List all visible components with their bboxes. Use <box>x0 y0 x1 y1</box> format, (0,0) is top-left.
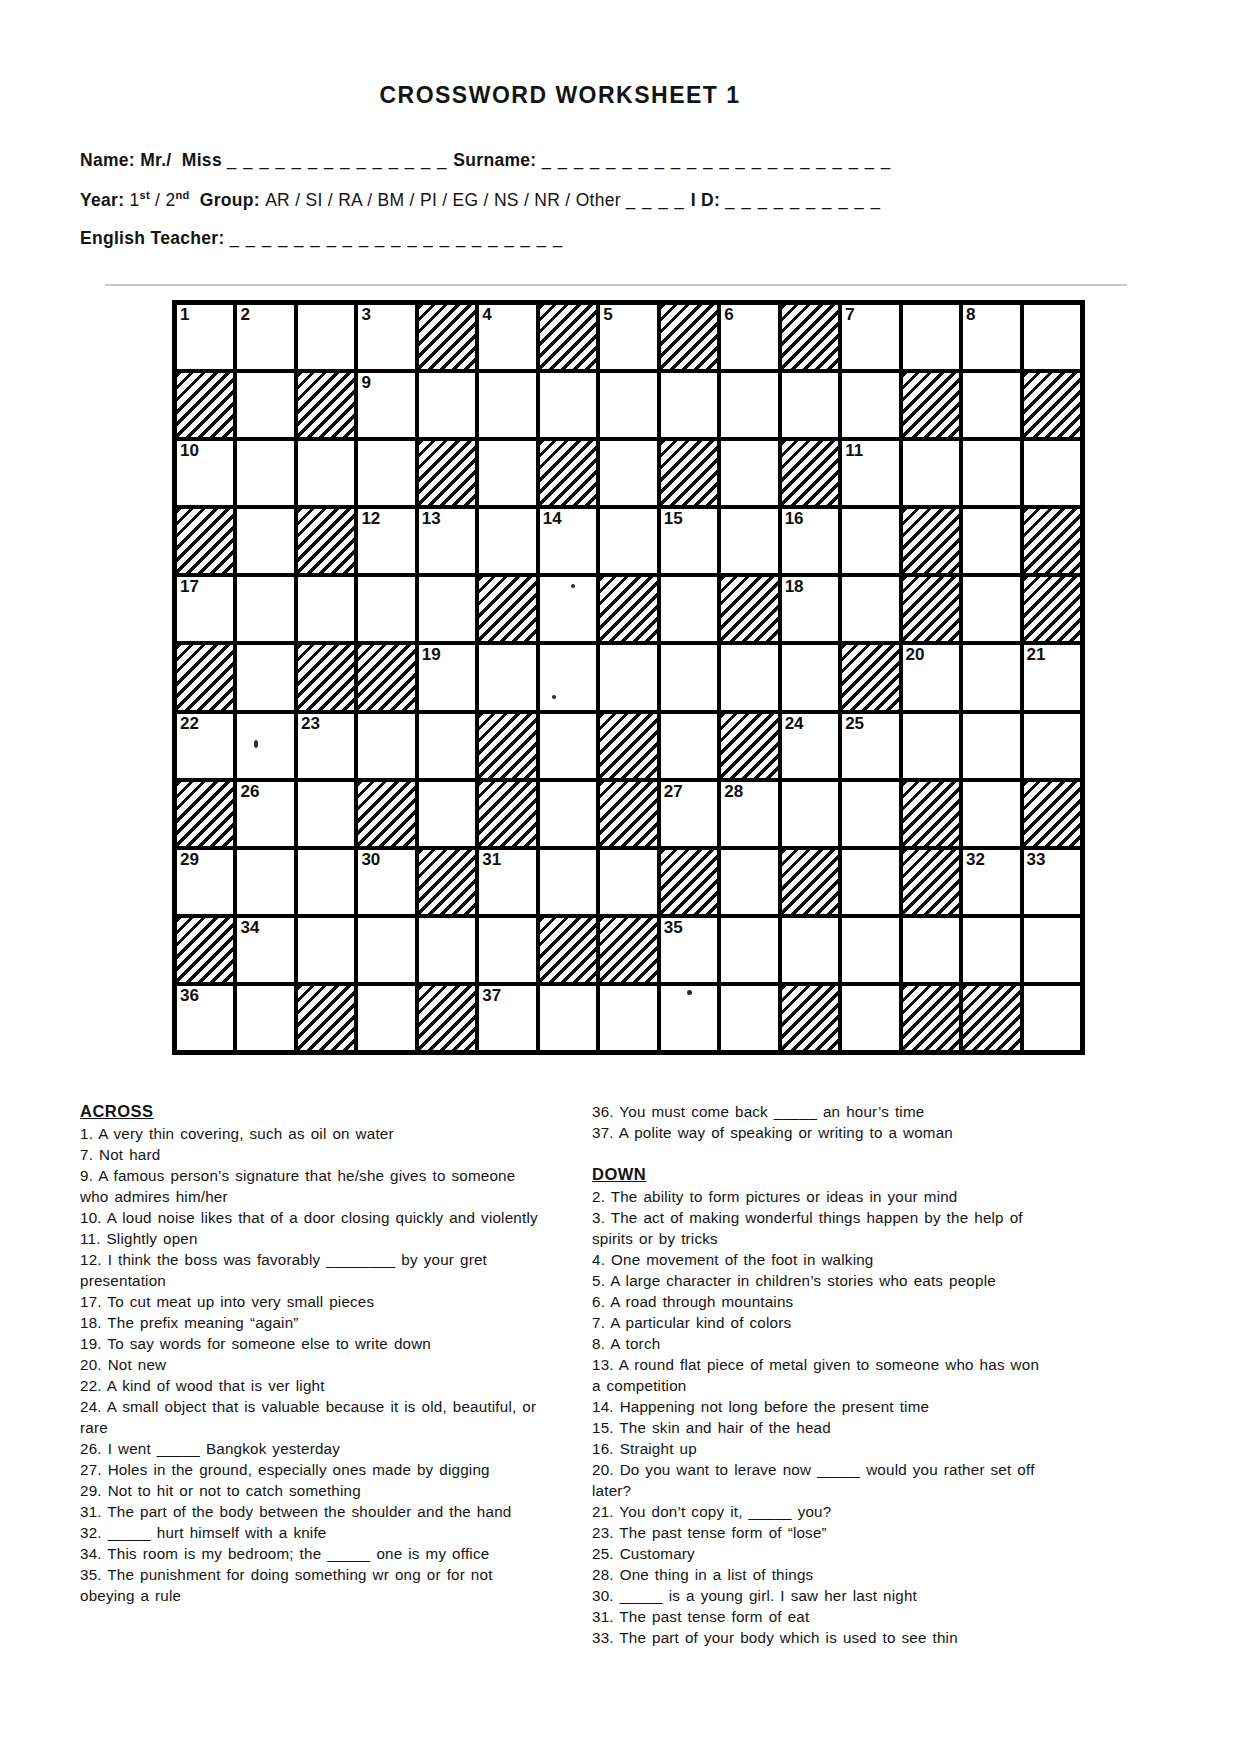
grid-cell[interactable] <box>540 850 596 914</box>
grid-cell[interactable] <box>1024 986 1080 1050</box>
grid-cell[interactable]: 6 <box>721 305 777 369</box>
grid-cell[interactable] <box>963 714 1019 778</box>
down-clue: 33. The part of your body which is used … <box>592 1627 1050 1648</box>
across-clue: 24. A small object that is valuable beca… <box>80 1396 538 1438</box>
grid-cell[interactable]: 31 <box>479 850 535 914</box>
across-heading: ACROSS <box>80 1101 538 1122</box>
clue-number: 27 <box>664 782 683 802</box>
grid-cell[interactable]: 4 <box>479 305 535 369</box>
grid-cell[interactable]: 35 <box>661 918 717 982</box>
clue-number: 16 <box>785 509 804 529</box>
teacher-line: English Teacher: _ _ _ _ _ _ _ _ _ _ _ _… <box>80 228 563 249</box>
clue-number: 4 <box>482 305 491 325</box>
clue-number: 26 <box>240 782 259 802</box>
clue-number: 25 <box>845 714 864 734</box>
clue-number: 6 <box>724 305 733 325</box>
grid-block <box>1024 509 1080 573</box>
grid-cell[interactable] <box>963 782 1019 846</box>
grid-cell[interactable]: 15 <box>661 509 717 573</box>
across-clue: 9. A famous person’s signature that he/s… <box>80 1165 538 1207</box>
grid-block <box>479 782 535 846</box>
grid-block <box>419 441 475 505</box>
grid-cell[interactable] <box>721 986 777 1050</box>
grid-cell[interactable] <box>842 850 898 914</box>
grid-block <box>177 645 233 709</box>
grid-cell[interactable] <box>842 509 898 573</box>
id-blank[interactable]: _ _ _ _ _ _ _ _ _ _ <box>725 191 881 209</box>
grid-block <box>903 986 959 1050</box>
grid-cell[interactable] <box>661 714 717 778</box>
grid-cell[interactable]: 7 <box>842 305 898 369</box>
grid-cell[interactable] <box>721 373 777 437</box>
grid-cell[interactable] <box>419 373 475 437</box>
grid-cell[interactable] <box>721 918 777 982</box>
across-clue: 12. I think the boss was favorably _____… <box>80 1249 538 1291</box>
across-clue: 20. Not new <box>80 1354 538 1375</box>
grid-cell[interactable] <box>540 577 596 641</box>
grid-cell[interactable] <box>237 577 293 641</box>
grid-cell[interactable] <box>600 986 656 1050</box>
down-clue: 2. The ability to form pictures or ideas… <box>592 1186 1050 1207</box>
grid-cell[interactable] <box>298 577 354 641</box>
grid-block <box>1024 782 1080 846</box>
clue-number: 21 <box>1027 645 1046 665</box>
grid-cell[interactable] <box>237 645 293 709</box>
grid-cell[interactable]: 9 <box>358 373 414 437</box>
grid-cell[interactable] <box>903 714 959 778</box>
grid-cell[interactable] <box>721 645 777 709</box>
across-clue: 11. Slightly open <box>80 1228 538 1249</box>
grid-cell[interactable] <box>782 782 838 846</box>
down-clue: 28. One thing in a list of things <box>592 1564 1050 1585</box>
grid-block <box>298 509 354 573</box>
grid-cell[interactable] <box>963 373 1019 437</box>
grid-cell[interactable]: 16 <box>782 509 838 573</box>
grid-cell[interactable]: 34 <box>237 918 293 982</box>
surname-label: Surname: <box>453 150 541 170</box>
grid-block <box>903 850 959 914</box>
clue-number: 32 <box>966 850 985 870</box>
clue-number: 35 <box>664 918 683 938</box>
grid-block <box>842 645 898 709</box>
grid-cell[interactable] <box>419 577 475 641</box>
scan-speck <box>254 740 258 748</box>
across-clue: 17. To cut meat up into very small piece… <box>80 1291 538 1312</box>
down-clue: 25. Customary <box>592 1543 1050 1564</box>
grid-cell[interactable]: 20 <box>903 645 959 709</box>
grid-cell[interactable] <box>540 714 596 778</box>
grid-cell[interactable]: 17 <box>177 577 233 641</box>
across-clues-column: ACROSS 1. A very thin covering, such as … <box>80 1101 538 1606</box>
grid-block <box>1024 577 1080 641</box>
grid-cell[interactable] <box>842 782 898 846</box>
grid-cell[interactable]: 37 <box>479 986 535 1050</box>
across-clue: 1. A very thin covering, such as oil on … <box>80 1123 538 1144</box>
down-clue: 21. You don’t copy it, _____ you? <box>592 1501 1050 1522</box>
grid-cell[interactable] <box>540 373 596 437</box>
clue-number: 1 <box>180 305 189 325</box>
grid-cell[interactable] <box>237 850 293 914</box>
grid-cell[interactable] <box>963 645 1019 709</box>
grid-cell[interactable] <box>358 714 414 778</box>
grid-cell[interactable] <box>721 850 777 914</box>
across-clue: 34. This room is my bedroom; the _____ o… <box>80 1543 538 1564</box>
clue-number: 7 <box>845 305 854 325</box>
clue-number: 19 <box>422 645 441 665</box>
across-continued-list: 36. You must come back _____ an hour’s t… <box>592 1101 1050 1143</box>
down-clue: 3. The act of making wonderful things ha… <box>592 1207 1050 1249</box>
grid-cell[interactable] <box>479 441 535 505</box>
grid-cell[interactable] <box>298 305 354 369</box>
across-clue: 18. The prefix meaning “again” <box>80 1312 538 1333</box>
id-label: I D: <box>691 190 726 210</box>
grid-block <box>177 782 233 846</box>
clue-number: 22 <box>180 714 199 734</box>
group-options: AR / SI / RA / BM / PI / EG / NS / NR / … <box>265 190 626 210</box>
grid-cell[interactable] <box>963 441 1019 505</box>
grid-block <box>661 850 717 914</box>
grid-cell[interactable] <box>661 373 717 437</box>
grid-block <box>298 373 354 437</box>
grid-cell[interactable] <box>237 373 293 437</box>
grid-cell[interactable] <box>721 441 777 505</box>
clue-number: 12 <box>361 509 380 529</box>
clue-number: 37 <box>482 986 501 1006</box>
grid-block <box>721 714 777 778</box>
across-clue: 7. Not hard <box>80 1144 538 1165</box>
scan-speck <box>687 990 692 995</box>
clue-number: 2 <box>240 305 249 325</box>
down-clues-column: 36. You must come back _____ an hour’s t… <box>592 1101 1050 1648</box>
grid-cell[interactable] <box>600 850 656 914</box>
down-clue: 20. Do you want to lerave now _____ woul… <box>592 1459 1050 1501</box>
grid-cell[interactable]: 29 <box>177 850 233 914</box>
across-clue: 37. A polite way of speaking or writing … <box>592 1122 1050 1143</box>
grid-cell[interactable] <box>1024 714 1080 778</box>
name-line: Name: Mr./ Miss _ _ _ _ _ _ _ _ _ _ _ _ … <box>80 150 891 171</box>
separator-line <box>105 284 1127 286</box>
grid-cell[interactable]: 22 <box>177 714 233 778</box>
grid-cell[interactable]: 12 <box>358 509 414 573</box>
grid-cell[interactable] <box>358 577 414 641</box>
down-clue: 31. The past tense form of eat <box>592 1606 1050 1627</box>
grid-cell[interactable] <box>903 918 959 982</box>
down-clue: 6. A road through mountains <box>592 1291 1050 1312</box>
grid-block <box>479 714 535 778</box>
grid-block <box>540 918 596 982</box>
clue-number: 8 <box>966 305 975 325</box>
across-clue: 19. To say words for someone else to wri… <box>80 1333 538 1354</box>
clue-number: 9 <box>361 373 370 393</box>
across-clue: 31. The part of the body between the sho… <box>80 1501 538 1522</box>
year-separator: / <box>150 190 166 210</box>
grid-block <box>419 986 475 1050</box>
grid-cell[interactable]: 2 <box>237 305 293 369</box>
grid-cell[interactable] <box>237 441 293 505</box>
year-option-2: 2nd <box>165 190 189 210</box>
across-clue: 26. I went _____ Bangkok yesterday <box>80 1438 538 1459</box>
clue-number: 18 <box>785 577 804 597</box>
grid-cell[interactable] <box>721 509 777 573</box>
grid-block <box>540 441 596 505</box>
grid-cell[interactable] <box>963 577 1019 641</box>
surname-blank[interactable]: _ _ _ _ _ _ _ _ _ _ _ _ _ _ _ _ _ _ _ _ … <box>542 151 892 169</box>
grid-cell[interactable]: 25 <box>842 714 898 778</box>
down-clue: 7. A particular kind of colors <box>592 1312 1050 1333</box>
grid-cell[interactable] <box>479 918 535 982</box>
grid-cell[interactable]: 33 <box>1024 850 1080 914</box>
grid-block <box>661 441 717 505</box>
grid-cell[interactable] <box>237 509 293 573</box>
grid-cell[interactable] <box>479 509 535 573</box>
grid-cell[interactable]: 28 <box>721 782 777 846</box>
clue-number: 30 <box>361 850 380 870</box>
grid-cell[interactable] <box>298 441 354 505</box>
grid-cell[interactable] <box>842 373 898 437</box>
down-clue: 5. A large character in children’s stori… <box>592 1270 1050 1291</box>
grid-block <box>782 850 838 914</box>
clue-number: 36 <box>180 986 199 1006</box>
grid-block <box>782 986 838 1050</box>
clue-number: 3 <box>361 305 370 325</box>
grid-block <box>782 441 838 505</box>
across-clue: 22. A kind of wood that is ver light <box>80 1375 538 1396</box>
name-blank[interactable]: _ _ _ _ _ _ _ _ _ _ _ _ _ _ <box>227 151 453 169</box>
grid-cell[interactable]: 24 <box>782 714 838 778</box>
clue-number: 11 <box>845 441 863 461</box>
grid-block <box>177 509 233 573</box>
across-clue: 29. Not to hit or not to catch something <box>80 1480 538 1501</box>
grid-cell[interactable] <box>661 577 717 641</box>
grid-block <box>903 782 959 846</box>
grid-cell[interactable] <box>237 714 293 778</box>
down-clue-list: 2. The ability to form pictures or ideas… <box>592 1186 1050 1648</box>
scan-speck <box>571 584 575 588</box>
down-heading: DOWN <box>592 1164 1050 1185</box>
grid-cell[interactable] <box>358 918 414 982</box>
clue-number: 23 <box>301 714 320 734</box>
grid-cell[interactable] <box>1024 305 1080 369</box>
grid-cell[interactable] <box>963 918 1019 982</box>
grid-block <box>540 305 596 369</box>
grid-cell[interactable]: 8 <box>963 305 1019 369</box>
grid-block <box>903 577 959 641</box>
grid-cell[interactable]: 23 <box>298 714 354 778</box>
grid-cell[interactable] <box>782 373 838 437</box>
clue-number: 13 <box>422 509 441 529</box>
grid-cell[interactable] <box>842 918 898 982</box>
grid-block <box>419 305 475 369</box>
clue-number: 10 <box>180 441 199 461</box>
grid-cell[interactable]: 26 <box>237 782 293 846</box>
grid-cell[interactable] <box>782 645 838 709</box>
teacher-label: English Teacher: <box>80 228 230 248</box>
down-clue: 30. _____ is a young girl. I saw her las… <box>592 1585 1050 1606</box>
teacher-blank[interactable]: _ _ _ _ _ _ _ _ _ _ _ _ _ _ _ _ _ _ _ _ … <box>230 229 564 247</box>
year-label: Year: <box>80 190 129 210</box>
down-clue: 16. Straight up <box>592 1438 1050 1459</box>
across-clue: 32. _____ hurt himself with a knife <box>80 1522 538 1543</box>
clue-number: 17 <box>180 577 199 597</box>
group-other-blank[interactable]: _ _ _ _ <box>626 191 691 209</box>
worksheet-page: CROSSWORD WORKSHEET 1 Name: Mr./ Miss _ … <box>0 0 1240 1754</box>
grid-cell[interactable] <box>600 645 656 709</box>
down-clue: 8. A torch <box>592 1333 1050 1354</box>
grid-cell[interactable] <box>298 850 354 914</box>
grid-cell[interactable]: 3 <box>358 305 414 369</box>
grid-cell[interactable] <box>479 373 535 437</box>
grid-cell[interactable] <box>963 509 1019 573</box>
grid-block <box>419 850 475 914</box>
grid-cell[interactable] <box>903 441 959 505</box>
grid-cell[interactable] <box>600 441 656 505</box>
clue-number: 14 <box>543 509 562 529</box>
clue-number: 31 <box>482 850 501 870</box>
grid-cell[interactable] <box>903 305 959 369</box>
group-label: Group: <box>190 190 266 210</box>
grid-block <box>479 577 535 641</box>
down-clue: 15. The skin and hair of the head <box>592 1417 1050 1438</box>
grid-cell[interactable] <box>358 441 414 505</box>
grid-block <box>358 782 414 846</box>
grid-block <box>600 577 656 641</box>
grid-block <box>600 782 656 846</box>
grid-block <box>963 986 1019 1050</box>
clue-number: 24 <box>785 714 804 734</box>
grid-cell[interactable]: 14 <box>540 509 596 573</box>
grid-cell[interactable] <box>842 986 898 1050</box>
grid-cell[interactable] <box>479 645 535 709</box>
grid-cell[interactable]: 10 <box>177 441 233 505</box>
down-clue: 13. A round flat piece of metal given to… <box>592 1354 1050 1396</box>
clue-number: 33 <box>1027 850 1046 870</box>
page-title: CROSSWORD WORKSHEET 1 <box>0 82 1120 109</box>
grid-block <box>661 305 717 369</box>
grid-block <box>903 373 959 437</box>
clue-number: 34 <box>240 918 259 938</box>
clue-number: 20 <box>906 645 925 665</box>
grid-cell[interactable]: 30 <box>358 850 414 914</box>
grid-block <box>782 305 838 369</box>
grid-cell[interactable] <box>782 918 838 982</box>
grid-cell[interactable] <box>1024 441 1080 505</box>
grid-block <box>177 918 233 982</box>
grid-cell[interactable] <box>540 986 596 1050</box>
clue-number: 28 <box>724 782 743 802</box>
grid-block <box>1024 373 1080 437</box>
year-option-1: 1st <box>129 190 149 210</box>
grid-block <box>600 714 656 778</box>
grid-cell[interactable] <box>661 986 717 1050</box>
grid-block <box>177 373 233 437</box>
grid-cell[interactable] <box>600 373 656 437</box>
grid-cell[interactable]: 18 <box>782 577 838 641</box>
grid-cell[interactable] <box>419 714 475 778</box>
grid-cell[interactable] <box>419 918 475 982</box>
grid-cell[interactable]: 19 <box>419 645 475 709</box>
down-clue: 4. One movement of the foot in walking <box>592 1249 1050 1270</box>
across-clue-list: 1. A very thin covering, such as oil on … <box>80 1123 538 1606</box>
grid-cell[interactable] <box>600 509 656 573</box>
clue-number: 15 <box>664 509 683 529</box>
grid-block <box>903 509 959 573</box>
grid-cell[interactable] <box>298 782 354 846</box>
grid-cell[interactable] <box>540 782 596 846</box>
across-clue: 35. The punishment for doing something w… <box>80 1564 538 1606</box>
across-clue: 27. Holes in the ground, especially ones… <box>80 1459 538 1480</box>
down-clue: 14. Happening not long before the presen… <box>592 1396 1050 1417</box>
grid-cell[interactable]: 13 <box>419 509 475 573</box>
grid-cell[interactable] <box>842 577 898 641</box>
grid-cell[interactable]: 27 <box>661 782 717 846</box>
clue-number: 5 <box>603 305 612 325</box>
grid-cell[interactable]: 1 <box>177 305 233 369</box>
grid-block <box>298 986 354 1050</box>
grid-cell[interactable] <box>540 645 596 709</box>
crossword-grid: 1234567891011121314151617181920212223242… <box>172 300 1085 1055</box>
grid-cell[interactable] <box>419 782 475 846</box>
grid-cell[interactable]: 21 <box>1024 645 1080 709</box>
grid-cell[interactable] <box>661 645 717 709</box>
grid-block <box>358 645 414 709</box>
clue-number: 29 <box>180 850 199 870</box>
across-clue: 10. A loud noise likes that of a door cl… <box>80 1207 538 1228</box>
grid-cell[interactable] <box>1024 918 1080 982</box>
grid-cell[interactable]: 5 <box>600 305 656 369</box>
grid-cell[interactable]: 36 <box>177 986 233 1050</box>
year-group-line: Year: 1st / 2nd Group: AR / SI / RA / BM… <box>80 189 881 211</box>
grid-cell[interactable]: 11 <box>842 441 898 505</box>
grid-block <box>298 645 354 709</box>
down-clue: 23. The past tense form of “lose” <box>592 1522 1050 1543</box>
name-label: Name: Mr./ Miss <box>80 150 227 170</box>
grid-cell[interactable]: 32 <box>963 850 1019 914</box>
grid-block <box>600 918 656 982</box>
across-clue: 36. You must come back _____ an hour’s t… <box>592 1101 1050 1122</box>
grid-cell[interactable] <box>237 986 293 1050</box>
grid-cell[interactable] <box>298 918 354 982</box>
scan-speck <box>552 695 556 699</box>
grid-cell[interactable] <box>358 986 414 1050</box>
grid-block <box>721 577 777 641</box>
